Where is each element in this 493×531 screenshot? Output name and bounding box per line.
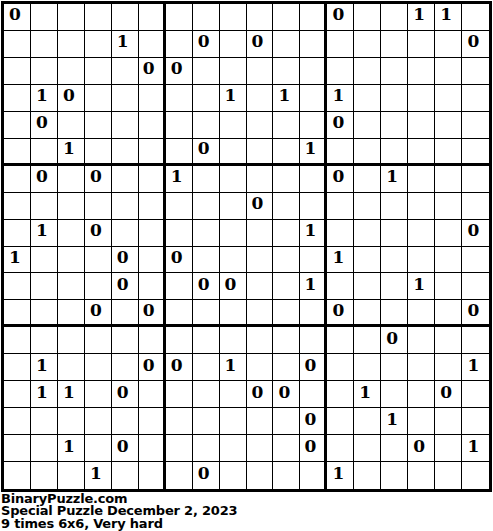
cell-r1c4[interactable]	[85, 4, 112, 31]
cell-r16c17[interactable]	[435, 408, 462, 435]
cell-r11c17[interactable]	[435, 273, 462, 300]
cell-r2c14[interactable]	[354, 31, 381, 58]
cell-r1c12[interactable]	[300, 4, 327, 31]
cell-r9c14[interactable]	[354, 220, 381, 247]
cell-r4c4[interactable]	[85, 85, 112, 112]
cell-r12c1[interactable]	[4, 300, 31, 327]
cell-r6c1[interactable]	[4, 139, 31, 166]
cell-r11c11[interactable]	[273, 273, 300, 300]
cell-r11c7[interactable]	[166, 273, 193, 300]
cell-r14c11[interactable]	[273, 354, 300, 381]
cell-r10c14[interactable]	[354, 247, 381, 274]
cell-r9c1[interactable]	[4, 220, 31, 247]
cell-r10c10[interactable]	[247, 247, 274, 274]
cell-r2c2[interactable]	[31, 31, 58, 58]
cell-r7c15: 1	[381, 166, 408, 193]
cell-r17c17[interactable]	[435, 435, 462, 462]
cell-r13c7[interactable]	[166, 327, 193, 354]
cell-r6c11[interactable]	[273, 139, 300, 166]
cell-r5c7[interactable]	[166, 112, 193, 139]
cell-r6c5[interactable]	[112, 139, 139, 166]
cell-r9c17[interactable]	[435, 220, 462, 247]
cell-r11c2[interactable]	[31, 273, 58, 300]
cell-r5c6[interactable]	[139, 112, 166, 139]
given-digit: 1	[90, 465, 102, 482]
cell-r3c16[interactable]	[408, 58, 435, 85]
cell-r13c9[interactable]	[220, 327, 247, 354]
cell-r11c18[interactable]	[462, 273, 489, 300]
cell-r2c3[interactable]	[58, 31, 85, 58]
cell-r5c2: 0	[31, 112, 58, 139]
cell-r8c11[interactable]	[273, 193, 300, 220]
cell-r1c8[interactable]	[193, 4, 220, 31]
cell-r8c14[interactable]	[354, 193, 381, 220]
cell-r15c12[interactable]	[300, 381, 327, 408]
given-digit: 0	[252, 384, 264, 401]
cell-r1c14[interactable]	[354, 4, 381, 31]
cell-r18c9[interactable]	[220, 462, 247, 489]
cell-r16c4[interactable]	[85, 408, 112, 435]
cell-r6c14[interactable]	[354, 139, 381, 166]
cell-r12c7[interactable]	[166, 300, 193, 327]
cell-r6c13[interactable]	[327, 139, 354, 166]
cell-r12c5[interactable]	[112, 300, 139, 327]
cell-r8c12[interactable]	[300, 193, 327, 220]
cell-r5c12[interactable]	[300, 112, 327, 139]
cell-r6c18[interactable]	[462, 139, 489, 166]
puzzle-subtitle: 9 times 6x6, Very hard	[1, 518, 493, 530]
given-digit: 0	[468, 222, 480, 239]
given-digit: 0	[171, 60, 183, 77]
cell-r5c8[interactable]	[193, 112, 220, 139]
cell-r13c11[interactable]	[273, 327, 300, 354]
cell-r10c4[interactable]	[85, 247, 112, 274]
cell-r1c11[interactable]	[273, 4, 300, 31]
given-digit: 1	[278, 87, 290, 104]
cell-r5c15[interactable]	[381, 112, 408, 139]
cell-r12c14[interactable]	[354, 300, 381, 327]
cell-r12c9[interactable]	[220, 300, 247, 327]
cell-r15c8[interactable]	[193, 381, 220, 408]
cell-r15c4[interactable]	[85, 381, 112, 408]
cell-r14c17[interactable]	[435, 354, 462, 381]
given-digit: 0	[468, 302, 480, 319]
cell-r1c7[interactable]	[166, 4, 193, 31]
cell-r18c3[interactable]	[58, 462, 85, 489]
cell-r3c15[interactable]	[381, 58, 408, 85]
cell-r15c9[interactable]	[220, 381, 247, 408]
cell-r7c8[interactable]	[193, 166, 220, 193]
cell-r5c3[interactable]	[58, 112, 85, 139]
cell-r12c12[interactable]	[300, 300, 327, 327]
cell-r5c10[interactable]	[247, 112, 274, 139]
cell-r5c17[interactable]	[435, 112, 462, 139]
cell-r17c14[interactable]	[354, 435, 381, 462]
cell-r5c14[interactable]	[354, 112, 381, 139]
cell-r12c4: 0	[85, 300, 112, 327]
cell-r3c3[interactable]	[58, 58, 85, 85]
given-digit: 0	[468, 33, 480, 50]
cell-r3c6: 0	[139, 58, 166, 85]
cell-r1c15[interactable]	[381, 4, 408, 31]
cell-r18c15[interactable]	[381, 462, 408, 489]
cell-r5c16[interactable]	[408, 112, 435, 139]
cell-r6c17[interactable]	[435, 139, 462, 166]
cell-r16c14[interactable]	[354, 408, 381, 435]
cell-r13c4[interactable]	[85, 327, 112, 354]
cell-r17c13[interactable]	[327, 435, 354, 462]
cell-r4c14[interactable]	[354, 85, 381, 112]
cell-r4c12[interactable]	[300, 85, 327, 112]
cell-r7c18[interactable]	[462, 166, 489, 193]
cell-r10c16[interactable]	[408, 247, 435, 274]
given-digit: 0	[90, 168, 102, 185]
cell-r18c11[interactable]	[273, 462, 300, 489]
cell-r9c10[interactable]	[247, 220, 274, 247]
cell-r6c10[interactable]	[247, 139, 274, 166]
given-digit: 0	[332, 302, 344, 319]
cell-r9c18: 0	[462, 220, 489, 247]
cell-r9c16[interactable]	[408, 220, 435, 247]
cell-r16c18[interactable]	[462, 408, 489, 435]
cell-r13c1[interactable]	[4, 327, 31, 354]
given-digit: 1	[304, 140, 316, 157]
cell-r13c17[interactable]	[435, 327, 462, 354]
cell-r8c4[interactable]	[85, 193, 112, 220]
given-digit: 1	[359, 384, 371, 401]
cell-r8c17[interactable]	[435, 193, 462, 220]
given-digit: 1	[36, 384, 48, 401]
cell-r10c15[interactable]	[381, 247, 408, 274]
cell-r14c8[interactable]	[193, 354, 220, 381]
given-digit: 1	[225, 357, 237, 374]
cell-r18c10[interactable]	[247, 462, 274, 489]
cell-r1c18[interactable]	[462, 4, 489, 31]
cell-r3c13[interactable]	[327, 58, 354, 85]
given-digit: 0	[252, 195, 264, 212]
cell-r10c13: 1	[327, 247, 354, 274]
cell-r3c5[interactable]	[112, 58, 139, 85]
given-digit: 1	[468, 438, 480, 455]
cell-r8c7[interactable]	[166, 193, 193, 220]
cell-r15c13[interactable]	[327, 381, 354, 408]
cell-r2c1[interactable]	[4, 31, 31, 58]
cell-r15c6[interactable]	[139, 381, 166, 408]
cell-r12c8[interactable]	[193, 300, 220, 327]
cell-r10c12[interactable]	[300, 247, 327, 274]
cell-r5c9[interactable]	[220, 112, 247, 139]
given-digit: 0	[143, 357, 155, 374]
cell-r7c14[interactable]	[354, 166, 381, 193]
cell-r2c5: 1	[112, 31, 139, 58]
cell-r16c3[interactable]	[58, 408, 85, 435]
cell-r17c9[interactable]	[220, 435, 247, 462]
cell-r11c10[interactable]	[247, 273, 274, 300]
cell-r8c18[interactable]	[462, 193, 489, 220]
cell-r7c10[interactable]	[247, 166, 274, 193]
cell-r14c16[interactable]	[408, 354, 435, 381]
cell-r17c10[interactable]	[247, 435, 274, 462]
cell-r17c8[interactable]	[193, 435, 220, 462]
cell-r10c3[interactable]	[58, 247, 85, 274]
cell-r4c6[interactable]	[139, 85, 166, 112]
cell-r2c17[interactable]	[435, 31, 462, 58]
cell-r6c16[interactable]	[408, 139, 435, 166]
cell-r5c13: 0	[327, 112, 354, 139]
cell-r3c18[interactable]	[462, 58, 489, 85]
cell-r15c1[interactable]	[4, 381, 31, 408]
cell-r4c15[interactable]	[381, 85, 408, 112]
cell-r10c6[interactable]	[139, 247, 166, 274]
cell-r4c18[interactable]	[462, 85, 489, 112]
cell-r18c18[interactable]	[462, 462, 489, 489]
cell-r14c13[interactable]	[327, 354, 354, 381]
cell-r16c6[interactable]	[139, 408, 166, 435]
cell-r10c1: 1	[4, 247, 31, 274]
cell-r11c1[interactable]	[4, 273, 31, 300]
cell-r18c2[interactable]	[31, 462, 58, 489]
cell-r12c11[interactable]	[273, 300, 300, 327]
cell-r9c15[interactable]	[381, 220, 408, 247]
cell-r8c13[interactable]	[327, 193, 354, 220]
cell-r14c18: 1	[462, 354, 489, 381]
cell-r16c2[interactable]	[31, 408, 58, 435]
cell-r7c11[interactable]	[273, 166, 300, 193]
cell-r14c5[interactable]	[112, 354, 139, 381]
cell-r8c3[interactable]	[58, 193, 85, 220]
cell-r11c14[interactable]	[354, 273, 381, 300]
cell-r8c5[interactable]	[112, 193, 139, 220]
cell-r13c8[interactable]	[193, 327, 220, 354]
cell-r7c6[interactable]	[139, 166, 166, 193]
cell-r1c3[interactable]	[58, 4, 85, 31]
cell-r8c1[interactable]	[4, 193, 31, 220]
cell-r17c11[interactable]	[273, 435, 300, 462]
cell-r14c9: 1	[220, 354, 247, 381]
cell-r5c4[interactable]	[85, 112, 112, 139]
cell-r3c17[interactable]	[435, 58, 462, 85]
cell-r1c9[interactable]	[220, 4, 247, 31]
cell-r12c18: 0	[462, 300, 489, 327]
cell-r4c10[interactable]	[247, 85, 274, 112]
cell-r16c13[interactable]	[327, 408, 354, 435]
cell-r14c10[interactable]	[247, 354, 274, 381]
given-digit: 0	[143, 302, 155, 319]
cell-r11c4[interactable]	[85, 273, 112, 300]
cell-r6c7[interactable]	[166, 139, 193, 166]
given-digit: 0	[90, 222, 102, 239]
cell-r3c7: 0	[166, 58, 193, 85]
cell-r13c13[interactable]	[327, 327, 354, 354]
cell-r4c5[interactable]	[112, 85, 139, 112]
cell-r2c9[interactable]	[220, 31, 247, 58]
cell-r6c6[interactable]	[139, 139, 166, 166]
cell-r12c10[interactable]	[247, 300, 274, 327]
cell-r13c3[interactable]	[58, 327, 85, 354]
cell-r4c7[interactable]	[166, 85, 193, 112]
cell-r13c10[interactable]	[247, 327, 274, 354]
cell-r8c8[interactable]	[193, 193, 220, 220]
cell-r4c16[interactable]	[408, 85, 435, 112]
cell-r12c17[interactable]	[435, 300, 462, 327]
cell-r3c10[interactable]	[247, 58, 274, 85]
cell-r2c13[interactable]	[327, 31, 354, 58]
cell-r10c2[interactable]	[31, 247, 58, 274]
cell-r18c16[interactable]	[408, 462, 435, 489]
cell-r13c14[interactable]	[354, 327, 381, 354]
cell-r15c15[interactable]	[381, 381, 408, 408]
cell-r12c15[interactable]	[381, 300, 408, 327]
cell-r11c15[interactable]	[381, 273, 408, 300]
cell-r15c17: 0	[435, 381, 462, 408]
cell-r2c4[interactable]	[85, 31, 112, 58]
cell-r16c11[interactable]	[273, 408, 300, 435]
cell-r18c14[interactable]	[354, 462, 381, 489]
cell-r2c11[interactable]	[273, 31, 300, 58]
cell-r18c17[interactable]	[435, 462, 462, 489]
cell-r16c1[interactable]	[4, 408, 31, 435]
cell-r14c15[interactable]	[381, 354, 408, 381]
given-digit: 1	[413, 276, 425, 293]
cell-r13c18[interactable]	[462, 327, 489, 354]
cell-r4c17[interactable]	[435, 85, 462, 112]
cell-r8c2[interactable]	[31, 193, 58, 220]
cell-r3c14[interactable]	[354, 58, 381, 85]
puzzle-caption: BinaryPuzzle.com Special Puzzle December…	[1, 493, 493, 530]
cell-r16c8[interactable]	[193, 408, 220, 435]
cell-r7c17[interactable]	[435, 166, 462, 193]
cell-r9c13[interactable]	[327, 220, 354, 247]
cell-r7c9[interactable]	[220, 166, 247, 193]
cell-r17c6[interactable]	[139, 435, 166, 462]
cell-r10c9[interactable]	[220, 247, 247, 274]
cell-r9c11[interactable]	[273, 220, 300, 247]
cell-r7c1[interactable]	[4, 166, 31, 193]
cell-r10c17[interactable]	[435, 247, 462, 274]
cell-r6c2[interactable]	[31, 139, 58, 166]
cell-r18c5[interactable]	[112, 462, 139, 489]
cell-r7c12[interactable]	[300, 166, 327, 193]
cell-r4c8[interactable]	[193, 85, 220, 112]
cell-r10c18[interactable]	[462, 247, 489, 274]
cell-r5c18[interactable]	[462, 112, 489, 139]
cell-r1c2[interactable]	[31, 4, 58, 31]
cell-r13c2[interactable]	[31, 327, 58, 354]
given-digit: 0	[413, 438, 425, 455]
cell-r16c16[interactable]	[408, 408, 435, 435]
cell-r6c4[interactable]	[85, 139, 112, 166]
cell-r8c6[interactable]	[139, 193, 166, 220]
cell-r12c6: 0	[139, 300, 166, 327]
cell-r3c9[interactable]	[220, 58, 247, 85]
cell-r16c9[interactable]	[220, 408, 247, 435]
cell-r2c7[interactable]	[166, 31, 193, 58]
cell-r9c9[interactable]	[220, 220, 247, 247]
cell-r7c5[interactable]	[112, 166, 139, 193]
cell-r14c3[interactable]	[58, 354, 85, 381]
cell-r17c7[interactable]	[166, 435, 193, 462]
cell-r3c12[interactable]	[300, 58, 327, 85]
cell-r8c16[interactable]	[408, 193, 435, 220]
cell-r9c6[interactable]	[139, 220, 166, 247]
cell-r9c3[interactable]	[58, 220, 85, 247]
cell-r16c5[interactable]	[112, 408, 139, 435]
cell-r8c15[interactable]	[381, 193, 408, 220]
cell-r13c6[interactable]	[139, 327, 166, 354]
cell-r8c9[interactable]	[220, 193, 247, 220]
cell-r3c1[interactable]	[4, 58, 31, 85]
cell-r18c6[interactable]	[139, 462, 166, 489]
cell-r10c8[interactable]	[193, 247, 220, 274]
cell-r18c1[interactable]	[4, 462, 31, 489]
given-digit: 0	[171, 249, 183, 266]
cell-r3c4[interactable]	[85, 58, 112, 85]
cell-r11c3[interactable]	[58, 273, 85, 300]
cell-r18c12[interactable]	[300, 462, 327, 489]
cell-r12c2[interactable]	[31, 300, 58, 327]
given-digit: 1	[386, 411, 398, 428]
cell-r9c7[interactable]	[166, 220, 193, 247]
cell-r15c7[interactable]	[166, 381, 193, 408]
cell-r15c18[interactable]	[462, 381, 489, 408]
cell-r2c6[interactable]	[139, 31, 166, 58]
cell-r17c2[interactable]	[31, 435, 58, 462]
cell-r17c15[interactable]	[381, 435, 408, 462]
cell-r1c10[interactable]	[247, 4, 274, 31]
cell-r14c14[interactable]	[354, 354, 381, 381]
cell-r3c2[interactable]	[31, 58, 58, 85]
cell-r2c15[interactable]	[381, 31, 408, 58]
cell-r7c3[interactable]	[58, 166, 85, 193]
cell-r10c11[interactable]	[273, 247, 300, 274]
cell-r6c15[interactable]	[381, 139, 408, 166]
cell-r2c16[interactable]	[408, 31, 435, 58]
cell-r7c16[interactable]	[408, 166, 435, 193]
cell-r15c16[interactable]	[408, 381, 435, 408]
cell-r17c1[interactable]	[4, 435, 31, 462]
cell-r3c8[interactable]	[193, 58, 220, 85]
cell-r14c1[interactable]	[4, 354, 31, 381]
given-digit: 0	[117, 438, 129, 455]
cell-r2c12[interactable]	[300, 31, 327, 58]
cell-r12c16[interactable]	[408, 300, 435, 327]
cell-r16c7[interactable]	[166, 408, 193, 435]
given-digit: 0	[198, 276, 210, 293]
cell-r9c8[interactable]	[193, 220, 220, 247]
cell-r14c4[interactable]	[85, 354, 112, 381]
cell-r5c5[interactable]	[112, 112, 139, 139]
cell-r3c11[interactable]	[273, 58, 300, 85]
cell-r18c7[interactable]	[166, 462, 193, 489]
cell-r16c10[interactable]	[247, 408, 274, 435]
cell-r14c2: 1	[31, 354, 58, 381]
cell-r14c6: 0	[139, 354, 166, 381]
cell-r9c5[interactable]	[112, 220, 139, 247]
cell-r5c11[interactable]	[273, 112, 300, 139]
cell-r17c4[interactable]	[85, 435, 112, 462]
cell-r5c1[interactable]	[4, 112, 31, 139]
cell-r11c13[interactable]	[327, 273, 354, 300]
cell-r12c3[interactable]	[58, 300, 85, 327]
cell-r6c9[interactable]	[220, 139, 247, 166]
cell-r1c6[interactable]	[139, 4, 166, 31]
cell-r13c16[interactable]	[408, 327, 435, 354]
cell-r11c6[interactable]	[139, 273, 166, 300]
cell-r4c1[interactable]	[4, 85, 31, 112]
cell-r1c5[interactable]	[112, 4, 139, 31]
cell-r13c12[interactable]	[300, 327, 327, 354]
cell-r13c5[interactable]	[112, 327, 139, 354]
